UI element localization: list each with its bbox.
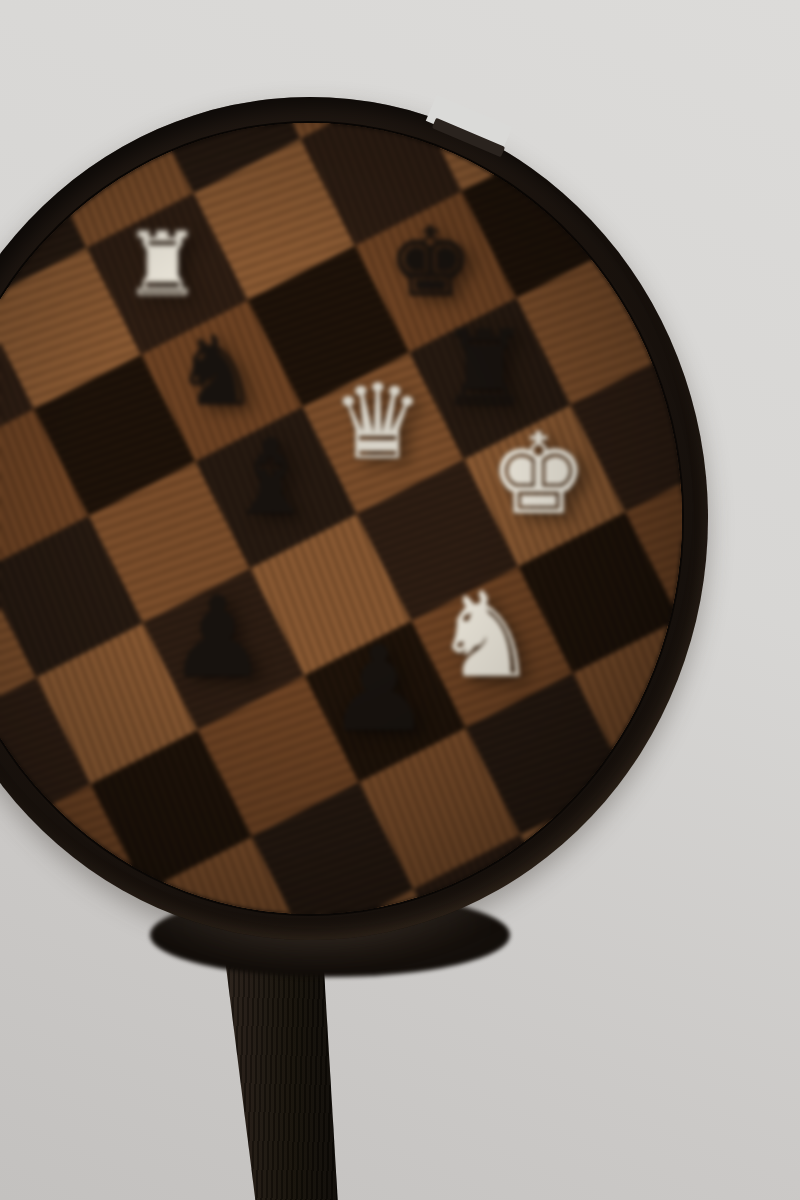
black-pawn: ♟ [326,630,432,748]
square-f1 [627,726,684,887]
white-queen: ♛ [331,370,424,474]
square-h7 [514,121,675,137]
black-rook: ♜ [438,316,531,420]
photo-scene: ♜♞♚♝♛♜♟♚♟♞ [0,0,800,1200]
table-top: ♜♞♚♝♛♜♟♚♟♞ [0,97,708,940]
black-bishop: ♝ [224,425,317,529]
chess-board: ♜♞♚♝♛♜♟♚♟♞ [0,121,684,916]
board-field: ♜♞♚♝♛♜♟♚♟♞ [0,121,684,916]
square-a2 [38,891,199,916]
white-rook: ♜ [123,221,202,309]
white-knight: ♞ [433,576,539,694]
square-g2 [680,564,684,725]
square-h6 [569,121,684,244]
black-pawn: ♟ [168,581,268,693]
white-king: ♚ [488,418,588,530]
square-h4 [678,296,684,457]
black-king: ♚ [387,214,473,310]
black-knight: ♞ [174,323,260,419]
